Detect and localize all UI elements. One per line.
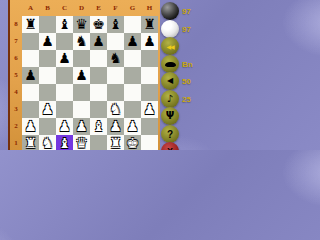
square-d5[interactable]: ♟ — [73, 67, 90, 84]
square-h3[interactable]: ♟ — [141, 101, 158, 118]
square-d8[interactable]: ♛ — [73, 16, 90, 33]
piece-black-bishop: ♝ — [107, 16, 124, 33]
square-e5[interactable] — [90, 67, 107, 84]
rank-label-6: 6 — [10, 50, 22, 67]
square-a2[interactable]: ♟ — [22, 118, 39, 135]
chess-board: ♜♝♛♚♝♜♟♞♟♟♟♟♞♟♟♟♞♟♟♟♟♝♟♟♜♞♝♛♜♚ — [22, 16, 158, 150]
music-volume-button[interactable]: ♪25 — [161, 90, 191, 108]
rank-label-3: 3 — [10, 101, 22, 118]
speaker-icon: ◀ — [167, 77, 173, 85]
square-h1[interactable] — [141, 135, 158, 150]
black-player-indicator: 97 — [161, 2, 191, 20]
piece-black-knight: ♞ — [73, 33, 90, 50]
square-e7[interactable]: ♟ — [90, 33, 107, 50]
square-d4[interactable] — [73, 84, 90, 101]
file-label-f: F — [107, 0, 124, 16]
square-f2[interactable]: ♟ — [107, 118, 124, 135]
question-mark-icon: ? — [167, 129, 173, 140]
close-button[interactable]: X — [161, 142, 179, 150]
piece-black-knight: ♞ — [107, 50, 124, 67]
file-label-g: G — [124, 0, 141, 16]
square-a1[interactable]: ♜ — [22, 135, 39, 150]
rank-label-4: 4 — [10, 84, 22, 101]
rewind-button-circle[interactable]: ◀◀ — [161, 37, 179, 55]
rank-labels: 87654321 — [10, 16, 22, 150]
sound-volume-button[interactable]: ◀50 — [161, 72, 191, 90]
square-e8[interactable]: ♚ — [90, 16, 107, 33]
piece-white-pawn: ♟ — [56, 118, 73, 135]
square-f6[interactable]: ♞ — [107, 50, 124, 67]
piece-white-rook: ♜ — [22, 135, 39, 150]
help-button-circle[interactable]: ? — [161, 125, 179, 143]
piece-white-pawn: ♟ — [107, 118, 124, 135]
hat-icon-button[interactable] — [161, 55, 179, 73]
piece-black-pawn: ♟ — [39, 33, 56, 50]
square-b4[interactable] — [39, 84, 56, 101]
black-player-indicator-value: 97 — [182, 7, 191, 16]
piece-white-bishop: ♝ — [90, 118, 107, 135]
piece-white-pawn: ♟ — [22, 118, 39, 135]
help-button[interactable]: ? — [161, 125, 179, 143]
square-f7[interactable] — [107, 33, 124, 50]
square-e3[interactable] — [90, 101, 107, 118]
square-b6[interactable] — [39, 50, 56, 67]
close-button-circle[interactable]: X — [161, 142, 179, 150]
piece-white-bishop: ♝ — [56, 135, 73, 150]
file-label-a: A — [22, 0, 39, 16]
square-f5[interactable] — [107, 67, 124, 84]
square-c8[interactable]: ♝ — [56, 16, 73, 33]
black-player-indicator-circle — [161, 2, 179, 20]
engine-hat-button-value: Bn — [182, 60, 193, 69]
square-e1[interactable] — [90, 135, 107, 150]
square-b2[interactable] — [39, 118, 56, 135]
square-g2[interactable]: ♟ — [124, 118, 141, 135]
rank-label-1: 1 — [10, 135, 22, 150]
rewind-icon: ◀◀ — [166, 43, 173, 50]
close-x-icon: X — [167, 146, 173, 150]
square-b1[interactable]: ♞ — [39, 135, 56, 150]
rewind-button[interactable]: ◀◀ — [161, 37, 179, 55]
square-a5[interactable]: ♟ — [22, 67, 39, 84]
square-g3[interactable] — [124, 101, 141, 118]
file-label-c: C — [56, 0, 73, 16]
piece-white-knight: ♞ — [107, 101, 124, 118]
music-volume-button-value: 25 — [182, 95, 191, 104]
piece-black-queen: ♛ — [73, 16, 90, 33]
piece-black-rook: ♜ — [141, 16, 158, 33]
square-a8[interactable]: ♜ — [22, 16, 39, 33]
piece-black-king: ♚ — [90, 16, 107, 33]
trophy-button-circle[interactable]: Ψ — [161, 107, 179, 125]
file-labels: ABCDEFGH — [22, 0, 158, 16]
piece-white-rook: ♜ — [107, 135, 124, 150]
square-c6[interactable]: ♟ — [56, 50, 73, 67]
square-d3[interactable] — [73, 101, 90, 118]
square-f4[interactable] — [107, 84, 124, 101]
file-label-b: B — [39, 0, 56, 16]
square-a4[interactable] — [22, 84, 39, 101]
square-b3[interactable]: ♟ — [39, 101, 56, 118]
music-note-icon: ♪ — [167, 94, 173, 104]
square-g1[interactable]: ♚ — [124, 135, 141, 150]
square-g5[interactable] — [124, 67, 141, 84]
square-h7[interactable]: ♟ — [141, 33, 158, 50]
square-c2[interactable]: ♟ — [56, 118, 73, 135]
square-d7[interactable]: ♞ — [73, 33, 90, 50]
square-b5[interactable] — [39, 67, 56, 84]
square-a7[interactable] — [22, 33, 39, 50]
square-c7[interactable] — [56, 33, 73, 50]
piece-white-knight: ♞ — [39, 135, 56, 150]
square-g7[interactable]: ♟ — [124, 33, 141, 50]
file-label-d: D — [73, 0, 90, 16]
square-a3[interactable] — [22, 101, 39, 118]
trophy-icon: Ψ — [166, 111, 175, 121]
white-player-indicator-circle — [161, 20, 179, 38]
square-a6[interactable] — [22, 50, 39, 67]
piece-white-king: ♚ — [124, 135, 141, 150]
piece-white-queen: ♛ — [73, 135, 90, 150]
square-h4[interactable] — [141, 84, 158, 101]
square-e6[interactable] — [90, 50, 107, 67]
piece-black-pawn: ♟ — [73, 67, 90, 84]
rank-label-5: 5 — [10, 67, 22, 84]
file-label-e: E — [90, 0, 107, 16]
piece-black-rook: ♜ — [22, 16, 39, 33]
piece-white-pawn: ♟ — [73, 118, 90, 135]
piece-white-pawn: ♟ — [124, 118, 141, 135]
trophy-button[interactable]: Ψ — [161, 107, 179, 125]
square-c1[interactable]: ♝ — [56, 135, 73, 150]
square-c3[interactable] — [56, 101, 73, 118]
piece-white-pawn: ♟ — [141, 101, 158, 118]
white-player-indicator: 97 — [161, 20, 191, 38]
hat-icon — [165, 62, 176, 67]
piece-black-pawn: ♟ — [90, 33, 107, 50]
piece-white-pawn: ♟ — [39, 101, 56, 118]
music-volume-button-circle[interactable]: ♪ — [161, 90, 179, 108]
square-c4[interactable] — [56, 84, 73, 101]
piece-black-pawn: ♟ — [141, 33, 158, 50]
rank-label-8: 8 — [10, 16, 22, 33]
square-e4[interactable] — [90, 84, 107, 101]
square-h2[interactable] — [141, 118, 158, 135]
sidebar: 9797◀◀Bn◀50♪25Ψ?X — [161, 0, 200, 150]
square-d6[interactable] — [73, 50, 90, 67]
rank-label-7: 7 — [10, 33, 22, 50]
sound-volume-button-circle[interactable]: ◀ — [161, 72, 179, 90]
square-h5[interactable] — [141, 67, 158, 84]
square-f8[interactable]: ♝ — [107, 16, 124, 33]
square-h6[interactable] — [141, 50, 158, 67]
square-e2[interactable]: ♝ — [90, 118, 107, 135]
engine-hat-button[interactable]: Bn — [161, 55, 193, 73]
square-c5[interactable] — [56, 67, 73, 84]
file-label-h: H — [141, 0, 158, 16]
square-g8[interactable] — [124, 16, 141, 33]
square-d2[interactable]: ♟ — [73, 118, 90, 135]
square-b7[interactable]: ♟ — [39, 33, 56, 50]
piece-black-bishop: ♝ — [56, 16, 73, 33]
square-b8[interactable] — [39, 16, 56, 33]
sound-volume-button-value: 50 — [182, 77, 191, 86]
square-f3[interactable]: ♞ — [107, 101, 124, 118]
rank-label-2: 2 — [10, 118, 22, 135]
square-g4[interactable] — [124, 84, 141, 101]
square-d1[interactable]: ♛ — [73, 135, 90, 150]
white-player-indicator-value: 97 — [182, 25, 191, 34]
square-f1[interactable]: ♜ — [107, 135, 124, 150]
piece-black-pawn: ♟ — [22, 67, 39, 84]
square-h8[interactable]: ♜ — [141, 16, 158, 33]
piece-black-pawn: ♟ — [56, 50, 73, 67]
square-g6[interactable] — [124, 50, 141, 67]
piece-black-pawn: ♟ — [124, 33, 141, 50]
